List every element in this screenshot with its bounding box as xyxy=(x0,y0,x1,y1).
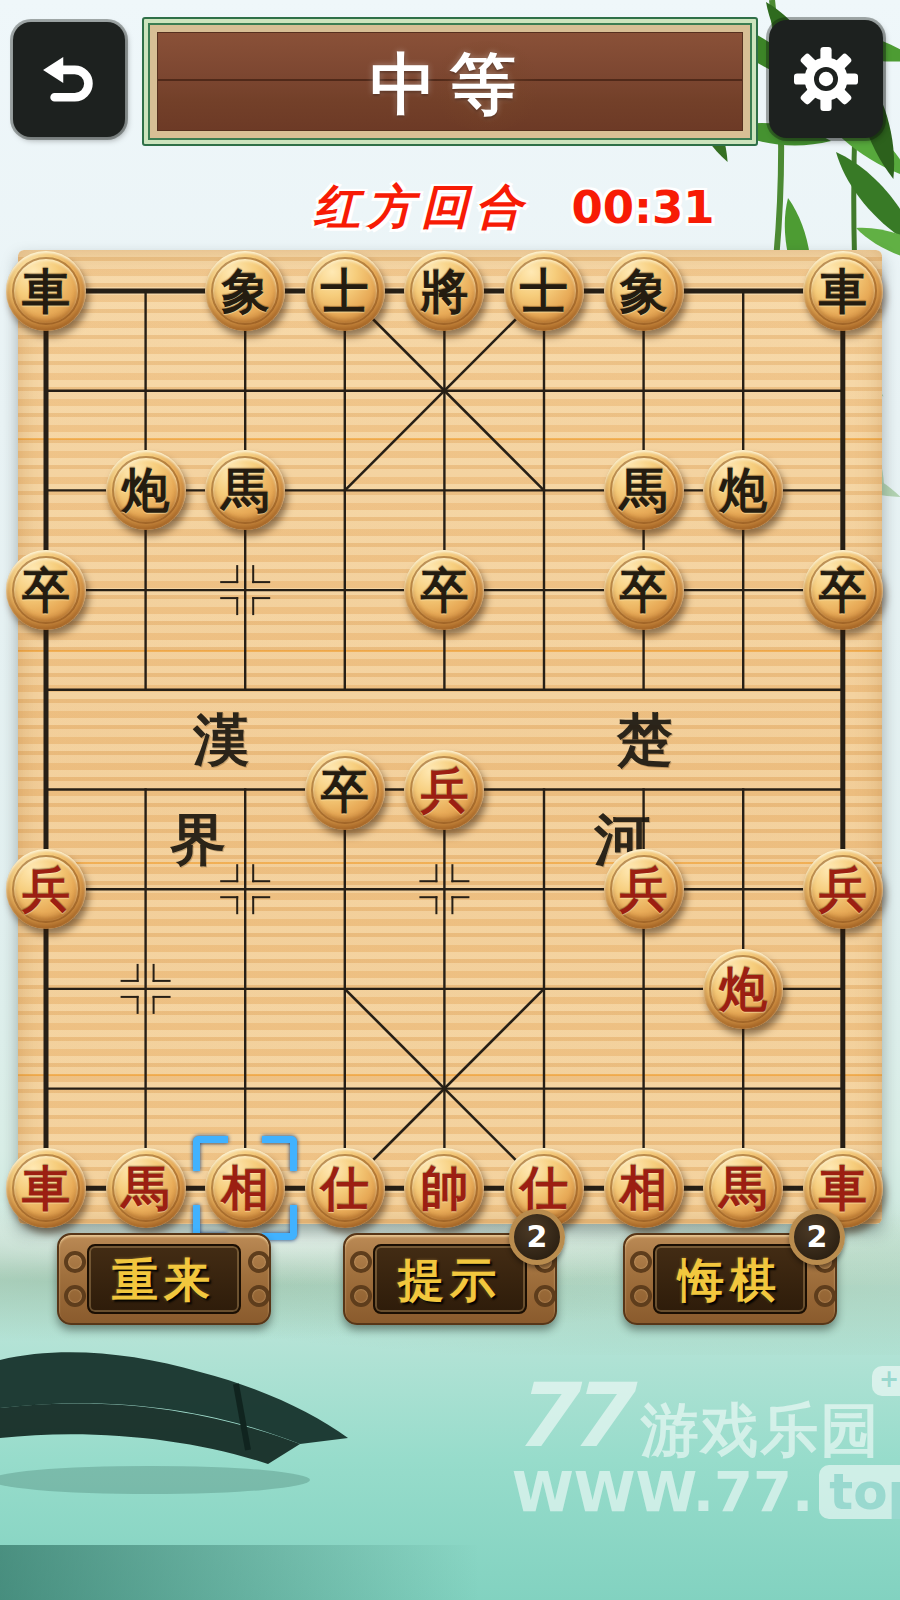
watermark-url-row: WWW.77 . top xyxy=(512,1464,900,1520)
piece-black-soldier[interactable]: 卒 xyxy=(803,550,883,630)
restart-panel: 重来 xyxy=(87,1244,241,1314)
watermark-url: WWW.77 xyxy=(512,1464,792,1520)
piece-red-chariot[interactable]: 車 xyxy=(6,1148,86,1228)
piece-glyph: 兵 xyxy=(803,849,883,931)
piece-glyph: 馬 xyxy=(604,450,684,532)
watermark-dot: . xyxy=(792,1464,813,1520)
piece-glyph: 炮 xyxy=(703,450,783,532)
piece-glyph: 馬 xyxy=(106,1148,186,1230)
piece-red-general[interactable]: 帥 xyxy=(404,1148,484,1228)
piece-glyph: 兵 xyxy=(404,750,484,832)
piece-black-elephant[interactable]: 象 xyxy=(205,251,285,331)
scroll-ornament xyxy=(347,1245,369,1313)
piece-red-advisor[interactable]: 仕 xyxy=(305,1148,385,1228)
watermark-name: 游戏乐园 xyxy=(640,1402,880,1460)
board[interactable]: 漢界 楚河 車象士將士象車炮馬馬炮卒卒卒卒卒兵兵兵兵炮車馬相仕帥仕相馬車 xyxy=(18,250,882,1224)
watermark-logo: 77 游戏乐园 xyxy=(512,1372,900,1460)
piece-glyph: 卒 xyxy=(604,550,684,632)
piece-black-chariot[interactable]: 車 xyxy=(6,251,86,331)
piece-glyph: 車 xyxy=(6,251,86,333)
piece-black-horse[interactable]: 馬 xyxy=(604,450,684,530)
river-label-left: 漢界 xyxy=(106,690,336,790)
piece-glyph: 相 xyxy=(604,1148,684,1230)
settings-button[interactable] xyxy=(769,20,883,138)
piece-red-horse[interactable]: 馬 xyxy=(106,1148,186,1228)
piece-red-soldier[interactable]: 兵 xyxy=(803,849,883,929)
turn-indicator: 红方回合 xyxy=(313,181,529,233)
piece-red-soldier[interactable]: 兵 xyxy=(6,849,86,929)
piece-glyph: 將 xyxy=(404,251,484,333)
gear-icon xyxy=(786,39,866,119)
piece-glyph: 車 xyxy=(803,251,883,333)
back-button[interactable] xyxy=(13,22,125,137)
undo-label: 悔棋 xyxy=(655,1246,805,1316)
restart-button[interactable]: 重来 xyxy=(57,1233,271,1325)
piece-red-elephant[interactable]: 相 xyxy=(604,1148,684,1228)
scroll-ornament xyxy=(61,1245,83,1313)
hint-label: 提示 xyxy=(375,1246,525,1316)
piece-glyph: 象 xyxy=(604,251,684,333)
piece-glyph: 士 xyxy=(504,251,584,333)
piece-glyph: 帥 xyxy=(404,1148,484,1230)
piece-glyph: 車 xyxy=(6,1148,86,1230)
undo-badge: 2 xyxy=(789,1209,845,1265)
piece-black-advisor[interactable]: 士 xyxy=(305,251,385,331)
hint-panel: 提示 xyxy=(373,1244,527,1314)
piece-black-general[interactable]: 將 xyxy=(404,251,484,331)
piece-glyph: 馬 xyxy=(205,450,285,532)
piece-black-cannon[interactable]: 炮 xyxy=(106,450,186,530)
piece-glyph: 兵 xyxy=(604,849,684,931)
page-title: 中等 xyxy=(158,33,742,131)
status-bar: 红方回合 00:31 xyxy=(0,176,900,239)
piece-glyph: 卒 xyxy=(404,550,484,632)
piece-black-cannon[interactable]: 炮 xyxy=(703,450,783,530)
water-bank xyxy=(0,1545,480,1600)
hint-button[interactable]: 提示 2 xyxy=(343,1233,557,1325)
scroll-ornament xyxy=(627,1245,649,1313)
piece-black-soldier[interactable]: 卒 xyxy=(404,550,484,630)
piece-glyph: 象 xyxy=(205,251,285,333)
piece-glyph: 卒 xyxy=(6,550,86,632)
piece-red-soldier[interactable]: 兵 xyxy=(404,750,484,830)
piece-black-soldier[interactable]: 卒 xyxy=(604,550,684,630)
piece-glyph: 卒 xyxy=(305,750,385,832)
watermark-tld: top xyxy=(819,1465,900,1519)
title-banner: 中等 xyxy=(142,17,758,146)
piece-glyph: 馬 xyxy=(703,1148,783,1230)
piece-red-elephant[interactable]: 相 xyxy=(205,1148,285,1228)
piece-glyph: 兵 xyxy=(6,849,86,931)
piece-black-chariot[interactable]: 車 xyxy=(803,251,883,331)
piece-red-cannon[interactable]: 炮 xyxy=(703,949,783,1029)
gamepad-icon xyxy=(872,1366,900,1396)
restart-label: 重来 xyxy=(89,1246,239,1316)
watermark: 77 游戏乐园 WWW.77 . top xyxy=(512,1372,900,1520)
piece-glyph: 相 xyxy=(205,1148,285,1230)
back-arrow-icon xyxy=(31,44,107,116)
piece-red-soldier[interactable]: 兵 xyxy=(604,849,684,929)
piece-black-soldier[interactable]: 卒 xyxy=(6,550,86,630)
boat-silhouette xyxy=(0,1340,400,1510)
piece-black-soldier[interactable]: 卒 xyxy=(305,750,385,830)
piece-glyph: 炮 xyxy=(703,949,783,1031)
piece-glyph: 仕 xyxy=(305,1148,385,1230)
watermark-77: 77 xyxy=(512,1372,622,1460)
piece-black-advisor[interactable]: 士 xyxy=(504,251,584,331)
piece-red-horse[interactable]: 馬 xyxy=(703,1148,783,1228)
undo-button[interactable]: 悔棋 2 xyxy=(623,1233,837,1325)
scroll-ornament xyxy=(245,1245,267,1313)
piece-black-horse[interactable]: 馬 xyxy=(205,450,285,530)
piece-glyph: 士 xyxy=(305,251,385,333)
timer: 00:31 xyxy=(571,181,714,234)
piece-glyph: 卒 xyxy=(803,550,883,632)
banner-wood-panel: 中等 xyxy=(157,32,743,131)
hint-badge: 2 xyxy=(509,1209,565,1265)
piece-black-elephant[interactable]: 象 xyxy=(604,251,684,331)
banner-frame: 中等 xyxy=(148,23,752,140)
undo-panel: 悔棋 xyxy=(653,1244,807,1314)
piece-glyph: 炮 xyxy=(106,450,186,532)
river-label-right: 楚河 xyxy=(530,690,760,790)
